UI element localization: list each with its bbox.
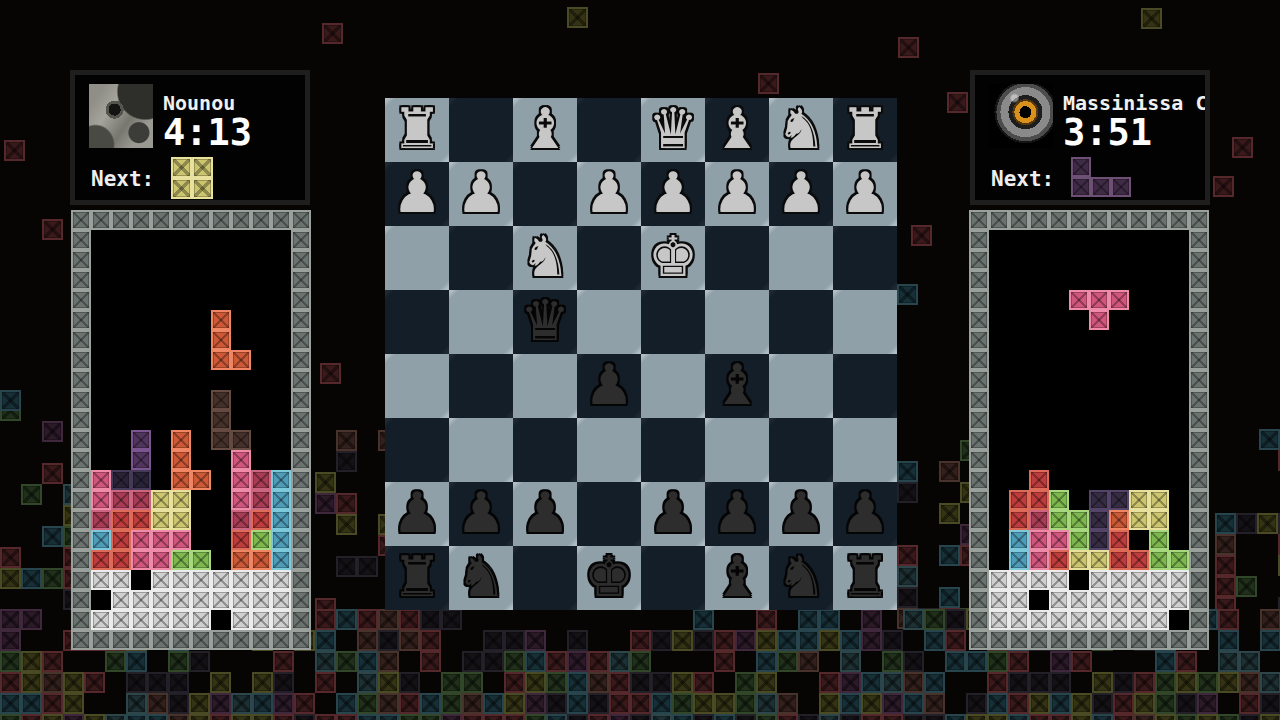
board-square[interactable]	[705, 290, 769, 354]
background-block	[898, 37, 919, 58]
board-square[interactable]	[385, 226, 449, 290]
well-wall-block	[291, 250, 311, 270]
tetris-block	[1029, 570, 1049, 590]
background-block	[1176, 651, 1197, 672]
background-block	[630, 693, 651, 714]
chess-piece-wN: ♞	[769, 98, 833, 162]
background-block	[1071, 714, 1092, 720]
background-block	[294, 693, 315, 714]
board-square[interactable]	[577, 482, 641, 546]
background-block	[693, 714, 714, 720]
background-block	[1197, 693, 1218, 714]
board-square[interactable]: ♟	[705, 162, 769, 226]
background-block	[0, 568, 21, 589]
tetris-block	[171, 610, 191, 630]
board-square[interactable]: ♝	[705, 98, 769, 162]
player-panel-right: Massinissa C... 3:51 Next:	[970, 70, 1210, 205]
background-block	[336, 693, 357, 714]
board-square[interactable]	[833, 418, 897, 482]
background-block	[273, 714, 294, 720]
board-square[interactable]	[513, 546, 577, 610]
chess-piece-bP: ♟	[513, 482, 577, 546]
background-block	[357, 609, 378, 630]
background-block	[651, 630, 672, 651]
well-wall-block	[969, 550, 989, 570]
background-block	[735, 693, 756, 714]
tetris-block	[271, 570, 291, 590]
well-wall-block	[291, 290, 311, 310]
board-square[interactable]	[449, 418, 513, 482]
tetris-block	[211, 390, 231, 410]
chess-board: ♜♝♛♝♞♜♟♟♟♟♟♟♟♞♚♛♟♝♟♟♟♟♟♟♟♜♞♚♝♞♜	[385, 98, 897, 610]
background-block	[861, 609, 882, 630]
well-wall-block	[969, 210, 989, 230]
board-square[interactable]	[769, 418, 833, 482]
background-block	[882, 672, 903, 693]
background-block	[63, 672, 84, 693]
tetris-block	[989, 610, 1009, 630]
board-square[interactable]: ♛	[641, 98, 705, 162]
board-square[interactable]	[705, 418, 769, 482]
background-block	[1260, 693, 1280, 714]
board-square[interactable]: ♟	[577, 162, 641, 226]
background-block	[987, 651, 1008, 672]
tetris-block	[251, 530, 271, 550]
well-wall-block	[131, 630, 151, 650]
background-block	[1218, 672, 1239, 693]
tetris-block	[1029, 490, 1049, 510]
tetris-block	[1069, 290, 1089, 310]
well-wall-block	[1189, 610, 1209, 630]
background-block	[630, 714, 651, 720]
background-block	[483, 630, 504, 651]
background-block	[1029, 693, 1050, 714]
board-square[interactable]	[769, 290, 833, 354]
background-block	[1197, 714, 1218, 720]
well-wall-block	[1089, 630, 1109, 650]
board-square[interactable]: ♚	[577, 546, 641, 610]
tetris-block	[1049, 510, 1069, 530]
tetris-block	[1069, 590, 1089, 610]
background-block	[630, 651, 651, 672]
background-block	[42, 693, 63, 714]
board-square[interactable]	[641, 546, 705, 610]
board-square[interactable]	[513, 354, 577, 418]
board-square[interactable]: ♞	[769, 546, 833, 610]
board-square[interactable]: ♞	[769, 98, 833, 162]
background-block	[273, 672, 294, 693]
board-square[interactable]	[449, 290, 513, 354]
board-square[interactable]	[449, 98, 513, 162]
background-block	[924, 630, 945, 651]
background-block	[320, 363, 341, 384]
tetris-block	[1149, 490, 1169, 510]
background-block	[42, 568, 63, 589]
background-block	[294, 714, 315, 720]
board-square[interactable]: ♜	[385, 98, 449, 162]
well-wall-block	[71, 410, 91, 430]
tetris-block	[1089, 590, 1109, 610]
tetris-block	[271, 490, 291, 510]
background-block	[1239, 714, 1260, 720]
background-block	[1260, 672, 1280, 693]
background-block	[1113, 714, 1134, 720]
background-block	[945, 630, 966, 651]
chess-piece-wK: ♚	[641, 226, 705, 290]
board-square[interactable]: ♟	[385, 162, 449, 226]
well-wall-block	[969, 230, 989, 250]
background-block	[714, 714, 735, 720]
background-block	[777, 714, 798, 720]
tetris-block	[211, 350, 231, 370]
board-square[interactable]: ♜	[833, 98, 897, 162]
tetris-block	[231, 490, 251, 510]
board-square[interactable]: ♟	[833, 482, 897, 546]
well-wall-block	[71, 630, 91, 650]
background-block	[504, 693, 525, 714]
well-wall-block	[231, 210, 251, 230]
board-square[interactable]: ♟	[833, 162, 897, 226]
board-square[interactable]	[769, 226, 833, 290]
tetris-block	[131, 510, 151, 530]
background-block	[21, 609, 42, 630]
background-block	[903, 693, 924, 714]
board-square[interactable]: ♝	[705, 546, 769, 610]
board-square[interactable]	[385, 290, 449, 354]
background-block	[1259, 429, 1280, 450]
background-block	[1092, 693, 1113, 714]
next-piece-block	[1071, 177, 1091, 197]
background-block	[21, 568, 42, 589]
well-wall-block	[1189, 370, 1209, 390]
tetris-block	[1089, 610, 1109, 630]
chess-piece-wP: ♟	[833, 162, 897, 226]
tetris-block	[231, 510, 251, 530]
board-square[interactable]	[577, 226, 641, 290]
board-square[interactable]	[449, 354, 513, 418]
tetris-block	[191, 570, 211, 590]
background-block	[420, 651, 441, 672]
tetris-block	[211, 570, 231, 590]
well-wall-block	[1189, 450, 1209, 470]
board-square[interactable]: ♛	[513, 290, 577, 354]
background-block	[588, 651, 609, 672]
avatar-right	[989, 84, 1053, 148]
tetris-block	[1129, 570, 1149, 590]
background-block	[693, 693, 714, 714]
tetris-block	[111, 510, 131, 530]
tetris-block	[1129, 490, 1149, 510]
board-square[interactable]: ♜	[385, 546, 449, 610]
tetris-block	[1109, 610, 1129, 630]
well-wall-block	[1149, 630, 1169, 650]
board-square[interactable]	[833, 226, 897, 290]
tetris-block	[171, 550, 191, 570]
well-wall-block	[969, 430, 989, 450]
tetris-block	[1109, 290, 1129, 310]
board-square[interactable]	[577, 98, 641, 162]
chess-piece-wP: ♟	[577, 162, 641, 226]
tetris-block	[1149, 570, 1169, 590]
tetris-block	[231, 470, 251, 490]
tetris-block	[151, 610, 171, 630]
background-block	[336, 609, 357, 630]
well-wall-block	[291, 510, 311, 530]
board-square[interactable]: ♟	[705, 482, 769, 546]
board-square[interactable]	[577, 418, 641, 482]
tetris-block	[131, 450, 151, 470]
background-block	[63, 714, 84, 720]
well-wall-block	[1189, 210, 1209, 230]
background-block	[840, 630, 861, 651]
board-square[interactable]: ♟	[577, 354, 641, 418]
tetris-block	[91, 610, 111, 630]
chess-piece-wQ: ♛	[641, 98, 705, 162]
well-wall-block	[71, 230, 91, 250]
background-block	[714, 630, 735, 651]
tetris-block	[231, 450, 251, 470]
background-block	[357, 556, 378, 577]
well-wall-block	[71, 550, 91, 570]
background-block	[378, 651, 399, 672]
background-block	[336, 556, 357, 577]
well-wall-block	[1189, 250, 1209, 270]
well-wall-block	[1029, 630, 1049, 650]
board-square[interactable]	[641, 354, 705, 418]
board-square[interactable]: ♟	[641, 162, 705, 226]
board-square[interactable]	[385, 354, 449, 418]
background-block	[378, 672, 399, 693]
board-square[interactable]: ♞	[449, 546, 513, 610]
board-square[interactable]: ♟	[769, 162, 833, 226]
tetris-block	[1069, 550, 1089, 570]
background-block	[315, 630, 336, 651]
well-wall-block	[291, 610, 311, 630]
well-wall-block	[1189, 410, 1209, 430]
background-block	[1260, 714, 1280, 720]
board-square[interactable]: ♝	[705, 354, 769, 418]
tetris-block	[1069, 530, 1089, 550]
tetris-block	[211, 590, 231, 610]
background-block	[840, 714, 861, 720]
background-block	[1260, 609, 1280, 630]
well-wall-block	[969, 290, 989, 310]
board-square[interactable]: ♟	[449, 482, 513, 546]
background-block	[897, 545, 918, 566]
well-wall-block	[969, 270, 989, 290]
tetris-block	[1009, 510, 1029, 530]
board-square[interactable]: ♟	[641, 482, 705, 546]
well-wall-block	[291, 270, 311, 290]
background-block	[567, 630, 588, 651]
tetris-block	[1149, 610, 1169, 630]
well-wall-block	[989, 630, 1009, 650]
well-wall-block	[969, 570, 989, 590]
background-block	[315, 714, 336, 720]
background-block	[336, 430, 357, 451]
board-square[interactable]: ♟	[449, 162, 513, 226]
tetris-block	[131, 470, 151, 490]
tetris-block	[1049, 590, 1069, 610]
board-square[interactable]: ♜	[833, 546, 897, 610]
background-block	[273, 693, 294, 714]
background-block	[651, 672, 672, 693]
background-block	[1155, 714, 1176, 720]
well-wall-block	[291, 430, 311, 450]
well-wall-block	[71, 430, 91, 450]
background-block	[21, 714, 42, 720]
well-wall-block	[71, 370, 91, 390]
background-block	[1113, 693, 1134, 714]
well-wall-block	[989, 210, 1009, 230]
well-wall-block	[71, 590, 91, 610]
background-block	[420, 630, 441, 651]
well-wall-block	[1169, 630, 1189, 650]
background-block	[924, 693, 945, 714]
background-block	[1239, 651, 1260, 672]
well-wall-block	[969, 470, 989, 490]
background-block	[861, 714, 882, 720]
background-block	[1155, 651, 1176, 672]
background-block	[546, 693, 567, 714]
board-square[interactable]: ♞	[513, 226, 577, 290]
background-block	[210, 672, 231, 693]
chess-piece-wP: ♟	[385, 162, 449, 226]
background-block	[672, 672, 693, 693]
background-block	[861, 630, 882, 651]
tetris-block	[271, 510, 291, 530]
board-square[interactable]	[769, 354, 833, 418]
background-block	[924, 714, 945, 720]
board-square[interactable]	[577, 290, 641, 354]
background-block	[336, 451, 357, 472]
well-wall-block	[71, 510, 91, 530]
tetris-block	[1129, 590, 1149, 610]
tetris-block	[131, 610, 151, 630]
board-square[interactable]	[705, 226, 769, 290]
background-block	[897, 566, 918, 587]
background-block	[168, 693, 189, 714]
tetris-block	[111, 470, 131, 490]
well-wall-block	[211, 210, 231, 230]
tetris-block	[1169, 590, 1189, 610]
well-wall-block	[291, 230, 311, 250]
tetris-block	[151, 490, 171, 510]
background-block	[126, 651, 147, 672]
background-block	[588, 672, 609, 693]
board-square[interactable]: ♟	[769, 482, 833, 546]
background-block	[1176, 693, 1197, 714]
background-block	[897, 587, 918, 608]
background-block	[483, 651, 504, 672]
board-square[interactable]	[513, 162, 577, 226]
background-block	[504, 630, 525, 651]
well-wall-block	[969, 410, 989, 430]
well-wall-block	[1109, 210, 1129, 230]
well-wall-block	[71, 310, 91, 330]
board-square[interactable]: ♝	[513, 98, 577, 162]
tetris-block	[131, 590, 151, 610]
board-square[interactable]: ♟	[513, 482, 577, 546]
board-square[interactable]	[385, 418, 449, 482]
board-square[interactable]: ♟	[385, 482, 449, 546]
well-wall-block	[1069, 630, 1089, 650]
tetris-block	[151, 590, 171, 610]
background-block	[63, 693, 84, 714]
background-block	[1155, 672, 1176, 693]
well-wall-block	[1189, 510, 1209, 530]
well-wall-block	[1049, 210, 1069, 230]
background-block	[126, 672, 147, 693]
player-clock-left: 4:13	[163, 111, 252, 154]
player-clock-right: 3:51	[1063, 111, 1152, 154]
background-block	[897, 482, 918, 503]
background-block	[441, 609, 462, 630]
background-block	[21, 651, 42, 672]
background-block	[1071, 693, 1092, 714]
board-square[interactable]	[513, 418, 577, 482]
background-block	[42, 651, 63, 672]
background-block	[903, 714, 924, 720]
background-block	[4, 140, 25, 161]
tetris-block	[1049, 570, 1069, 590]
board-square[interactable]: ♚	[641, 226, 705, 290]
chess-piece-wP: ♟	[705, 162, 769, 226]
background-block	[0, 547, 21, 568]
board-square[interactable]	[833, 354, 897, 418]
board-square[interactable]	[449, 226, 513, 290]
well-wall-block	[251, 210, 271, 230]
board-square[interactable]	[641, 290, 705, 354]
tetris-block	[271, 550, 291, 570]
well-wall-block	[1189, 310, 1209, 330]
tetris-block	[251, 550, 271, 570]
background-block	[399, 630, 420, 651]
board-square[interactable]	[641, 418, 705, 482]
board-square[interactable]	[833, 290, 897, 354]
well-wall-block	[1009, 630, 1029, 650]
background-block	[1050, 651, 1071, 672]
next-piece-block	[171, 157, 192, 178]
tetris-block	[151, 530, 171, 550]
tetris-block	[1029, 610, 1049, 630]
background-block	[798, 714, 819, 720]
background-block	[441, 714, 462, 720]
background-block	[483, 693, 504, 714]
next-piece-block	[1071, 157, 1091, 177]
background-block	[693, 609, 714, 630]
tetris-block	[1049, 490, 1069, 510]
tetris-block	[231, 350, 251, 370]
tetris-block	[211, 410, 231, 430]
background-block	[525, 672, 546, 693]
well-wall-block	[91, 630, 111, 650]
well-wall-block	[71, 610, 91, 630]
background-block	[903, 609, 924, 630]
background-block	[1176, 714, 1197, 720]
tetris-block	[171, 590, 191, 610]
background-block	[897, 284, 918, 305]
background-block	[210, 714, 231, 720]
tetris-block	[1029, 530, 1049, 550]
background-block	[0, 714, 21, 720]
tetris-block	[1029, 510, 1049, 530]
tetris-block	[251, 570, 271, 590]
background-block	[567, 651, 588, 672]
background-block	[1215, 513, 1236, 534]
background-block	[1213, 176, 1234, 197]
background-block	[714, 693, 735, 714]
